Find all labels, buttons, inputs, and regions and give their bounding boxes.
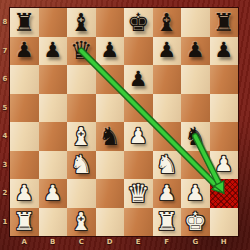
square-c6[interactable] [67,65,96,94]
square-b7[interactable]: ♟ [39,37,68,66]
square-c4[interactable]: ♝ [67,122,96,151]
rank-label-2: 2 [0,179,10,208]
square-c5[interactable] [67,94,96,123]
square-c7[interactable]: ♛ [67,37,96,66]
square-c8[interactable]: ♝ [67,8,96,37]
piece-white-pawn[interactable]: ♟ [15,183,34,204]
piece-black-king[interactable]: ♚ [127,10,149,35]
square-h1[interactable] [210,208,239,237]
file-label-b: B [39,236,68,250]
square-h7[interactable]: ♟ [210,37,239,66]
file-label-a: A [10,236,39,250]
square-f4[interactable] [153,122,182,151]
rank-label-3: 3 [0,151,10,180]
file-label-g: G [181,236,210,250]
piece-white-bishop[interactable]: ♝ [70,209,92,234]
piece-white-pawn[interactable]: ♟ [157,183,176,204]
square-g6[interactable] [181,65,210,94]
file-label-h: H [210,236,239,250]
piece-black-pawn[interactable]: ♟ [186,40,205,61]
square-h6[interactable] [210,65,239,94]
square-a4[interactable] [10,122,39,151]
square-a3[interactable] [10,151,39,180]
square-a6[interactable] [10,65,39,94]
piece-white-pawn[interactable]: ♟ [214,154,233,175]
square-h4[interactable] [210,122,239,151]
square-d1[interactable] [96,208,125,237]
square-e4[interactable]: ♟ [124,122,153,151]
square-b3[interactable] [39,151,68,180]
square-a2[interactable]: ♟ [10,179,39,208]
square-a7[interactable]: ♟ [10,37,39,66]
square-g1[interactable]: ♚ [181,208,210,237]
square-e1[interactable] [124,208,153,237]
file-label-f: F [153,236,182,250]
piece-black-knight[interactable]: ♞ [184,124,206,149]
square-g3[interactable] [181,151,210,180]
piece-white-rook[interactable]: ♜ [13,209,35,234]
rank-label-5: 5 [0,94,10,123]
piece-white-pawn[interactable]: ♟ [186,183,205,204]
piece-white-pawn[interactable]: ♟ [43,183,62,204]
piece-white-pawn[interactable]: ♟ [129,126,148,147]
square-f5[interactable] [153,94,182,123]
file-label-e: E [124,236,153,250]
rank-label-4: 4 [0,122,10,151]
file-label-c: C [67,236,96,250]
square-g5[interactable] [181,94,210,123]
square-a5[interactable] [10,94,39,123]
square-f3[interactable]: ♞ [153,151,182,180]
file-label-d: D [96,236,125,250]
piece-black-rook[interactable]: ♜ [13,10,35,35]
piece-black-pawn[interactable]: ♟ [214,40,233,61]
square-h8[interactable]: ♜ [210,8,239,37]
square-e5[interactable] [124,94,153,123]
square-b1[interactable] [39,208,68,237]
square-e7[interactable] [124,37,153,66]
piece-black-pawn[interactable]: ♟ [157,40,176,61]
rank-label-1: 1 [0,208,10,237]
piece-white-queen[interactable]: ♛ [127,181,149,206]
square-b4[interactable] [39,122,68,151]
rank-label-8: 8 [0,8,10,37]
square-e2[interactable]: ♛ [124,179,153,208]
piece-white-rook[interactable]: ♜ [156,209,178,234]
square-g8[interactable] [181,8,210,37]
piece-white-bishop[interactable]: ♝ [70,124,92,149]
square-f2[interactable]: ♟ [153,179,182,208]
square-f1[interactable]: ♜ [153,208,182,237]
piece-black-queen[interactable]: ♛ [70,38,92,63]
chess-board-frame: 87654321 ABCDEFGH ♜♝♚♝♜♟♟♛♟♟♟♟♟♝♞♟♞♞♞♟♟♟… [0,0,250,250]
piece-black-bishop[interactable]: ♝ [70,10,92,35]
square-f8[interactable]: ♝ [153,8,182,37]
piece-black-rook[interactable]: ♜ [213,10,235,35]
square-e6[interactable]: ♟ [124,65,153,94]
square-d8[interactable] [96,8,125,37]
piece-white-king[interactable]: ♚ [184,209,206,234]
piece-black-knight[interactable]: ♞ [99,124,121,149]
piece-black-bishop[interactable]: ♝ [156,10,178,35]
square-h5[interactable] [210,94,239,123]
square-b6[interactable] [39,65,68,94]
square-g2[interactable]: ♟ [181,179,210,208]
square-c1[interactable]: ♝ [67,208,96,237]
square-h3[interactable]: ♟ [210,151,239,180]
chess-board: ♜♝♚♝♜♟♟♛♟♟♟♟♟♝♞♟♞♞♞♟♟♟♛♟♟♜♝♜♚ [10,8,238,236]
square-a8[interactable]: ♜ [10,8,39,37]
piece-black-pawn[interactable]: ♟ [15,40,34,61]
square-g4[interactable]: ♞ [181,122,210,151]
square-d6[interactable] [96,65,125,94]
piece-black-pawn[interactable]: ♟ [100,40,119,61]
rank-label-7: 7 [0,37,10,66]
square-d2[interactable] [96,179,125,208]
piece-black-pawn[interactable]: ♟ [43,40,62,61]
rank-labels: 87654321 [0,8,10,236]
square-d4[interactable]: ♞ [96,122,125,151]
piece-black-pawn[interactable]: ♟ [129,69,148,90]
piece-white-knight[interactable]: ♞ [70,152,92,177]
square-c2[interactable] [67,179,96,208]
square-g7[interactable]: ♟ [181,37,210,66]
square-d3[interactable] [96,151,125,180]
square-e3[interactable] [124,151,153,180]
square-h2[interactable] [210,179,239,208]
rank-label-6: 6 [0,65,10,94]
square-f7[interactable]: ♟ [153,37,182,66]
square-f6[interactable] [153,65,182,94]
piece-white-knight[interactable]: ♞ [156,152,178,177]
square-a1[interactable]: ♜ [10,208,39,237]
square-b2[interactable]: ♟ [39,179,68,208]
square-b5[interactable] [39,94,68,123]
square-e8[interactable]: ♚ [124,8,153,37]
square-d7[interactable]: ♟ [96,37,125,66]
square-d5[interactable] [96,94,125,123]
square-c3[interactable]: ♞ [67,151,96,180]
file-labels: ABCDEFGH [10,236,238,250]
square-b8[interactable] [39,8,68,37]
